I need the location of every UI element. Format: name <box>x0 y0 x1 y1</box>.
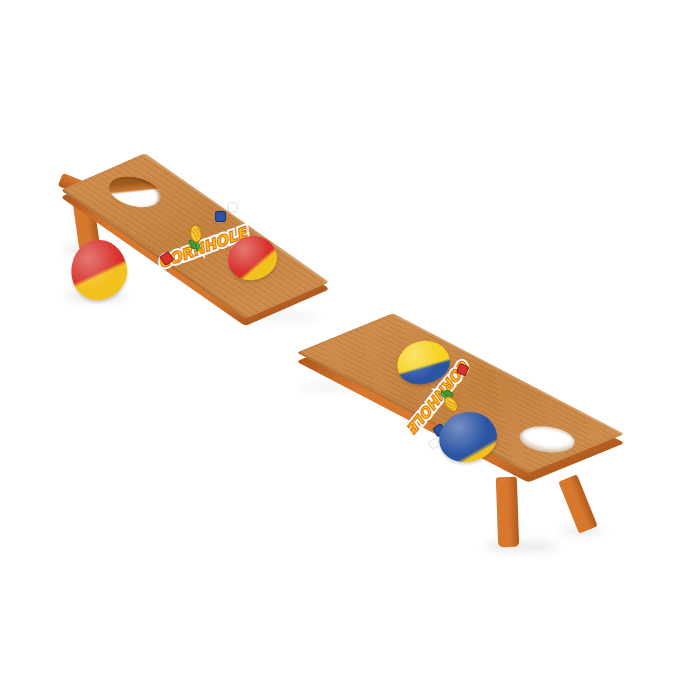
board2-front-leg-shadow <box>484 541 558 552</box>
board2-front-leg <box>496 477 519 548</box>
blue-bag-icon <box>215 211 226 222</box>
board2-back-leg <box>558 474 598 533</box>
product-photo-stage: CORNHOLE CORNHOLE CORNHOLE CORNHOLE <box>0 0 700 700</box>
burst-icon <box>228 203 237 212</box>
burst-icon <box>429 439 439 449</box>
board2-hole[interactable] <box>508 421 586 457</box>
board1-hole[interactable] <box>99 171 172 213</box>
